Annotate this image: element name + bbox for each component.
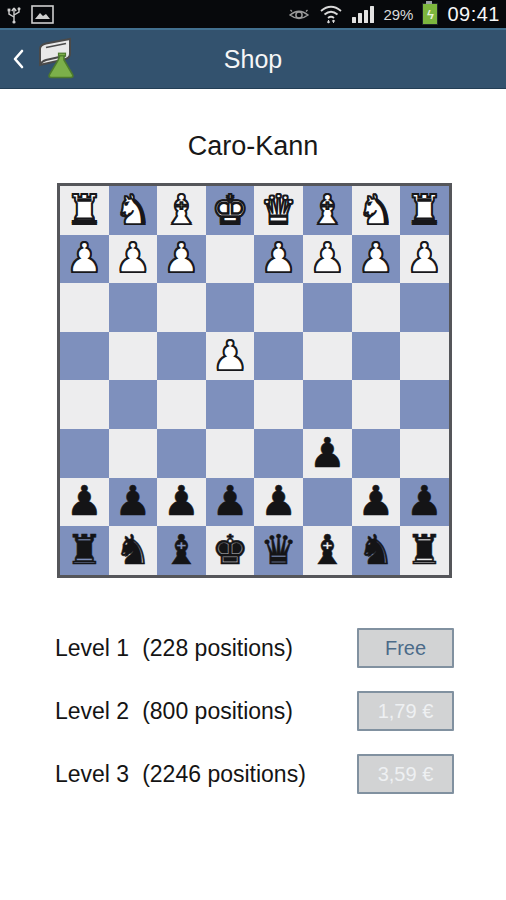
black-rook: ♜: [406, 530, 443, 571]
gallery-icon: [31, 5, 54, 24]
square-d8: ♛: [254, 526, 303, 575]
level-row-3: Level 3 (2246 positions) 3,59 €: [55, 754, 454, 794]
black-pawn: ♟: [357, 481, 394, 522]
square-g4: [109, 332, 158, 381]
square-b7: ♟: [352, 478, 401, 527]
square-f3: [157, 283, 206, 332]
white-rook: ♜: [406, 190, 443, 231]
white-knight: ♞: [357, 190, 394, 231]
square-e3: [206, 283, 255, 332]
white-bishop: ♝: [163, 190, 200, 231]
chess-board-frame: ♜♞♝♚♛♝♞♜♟♟♟♟♟♟♟♟♟♟♟♟♟♟♟♟♜♞♝♚♛♝♞♜: [57, 183, 452, 578]
square-g6: [109, 429, 158, 478]
square-d3: [254, 283, 303, 332]
square-g7: ♟: [109, 478, 158, 527]
square-h5: [60, 380, 109, 429]
square-e5: [206, 380, 255, 429]
black-bishop: ♝: [309, 530, 346, 571]
header: Shop: [0, 30, 506, 89]
square-f8: ♝: [157, 526, 206, 575]
chess-board: ♜♞♝♚♛♝♞♜♟♟♟♟♟♟♟♟♟♟♟♟♟♟♟♟♜♞♝♚♛♝♞♜: [60, 186, 449, 575]
square-g2: ♟: [109, 235, 158, 284]
square-h6: [60, 429, 109, 478]
square-d2: ♟: [254, 235, 303, 284]
app-icon-book-flask: [30, 35, 84, 83]
square-b4: [352, 332, 401, 381]
white-pawn: ♟: [309, 238, 346, 279]
square-a6: [400, 429, 449, 478]
square-b1: ♞: [352, 186, 401, 235]
square-c2: ♟: [303, 235, 352, 284]
square-f5: [157, 380, 206, 429]
square-d5: [254, 380, 303, 429]
black-king: ♚: [212, 530, 249, 571]
square-c1: ♝: [303, 186, 352, 235]
square-h7: ♟: [60, 478, 109, 527]
square-f7: ♟: [157, 478, 206, 527]
white-rook: ♜: [66, 190, 103, 231]
smart-stay-eye-icon: [288, 7, 310, 22]
square-f1: ♝: [157, 186, 206, 235]
white-pawn: ♟: [357, 238, 394, 279]
white-pawn: ♟: [406, 238, 443, 279]
square-b2: ♟: [352, 235, 401, 284]
wifi-icon: [319, 5, 343, 24]
opening-title: Caro-Kann: [0, 131, 506, 162]
chevron-left-icon: [8, 42, 30, 76]
black-knight: ♞: [115, 530, 152, 571]
square-f6: [157, 429, 206, 478]
square-a7: ♟: [400, 478, 449, 527]
square-h2: ♟: [60, 235, 109, 284]
square-c6: ♟: [303, 429, 352, 478]
square-a1: ♜: [400, 186, 449, 235]
level-1-label: Level 1 (228 positions): [55, 635, 293, 662]
square-h8: ♜: [60, 526, 109, 575]
white-king: ♚: [212, 190, 249, 231]
black-bishop: ♝: [163, 530, 200, 571]
level-row-2: Level 2 (800 positions) 1,79 €: [55, 691, 454, 731]
signal-strength-icon: [352, 6, 374, 23]
square-c8: ♝: [303, 526, 352, 575]
status-bar: 29% ϟ 09:41: [0, 0, 506, 28]
level-2-label: Level 2 (800 positions): [55, 698, 293, 725]
square-d7: ♟: [254, 478, 303, 527]
square-a2: ♟: [400, 235, 449, 284]
square-f2: ♟: [157, 235, 206, 284]
level-1-name: Level 1: [55, 635, 129, 662]
white-pawn: ♟: [260, 238, 297, 279]
level-3-buy-button[interactable]: 3,59 €: [357, 754, 454, 794]
black-pawn: ♟: [212, 481, 249, 522]
square-h4: [60, 332, 109, 381]
square-b8: ♞: [352, 526, 401, 575]
white-knight: ♞: [115, 190, 152, 231]
square-d4: [254, 332, 303, 381]
level-3-name: Level 3: [55, 761, 129, 788]
square-c5: [303, 380, 352, 429]
shop-screen: 29% ϟ 09:41 Shop Caro-Kann ♜♞♝♚♛♝♞♜♟♟♟♟♟…: [0, 0, 506, 900]
square-a4: [400, 332, 449, 381]
battery-charging-icon: ϟ: [422, 3, 438, 25]
black-pawn: ♟: [66, 481, 103, 522]
level-1-count: (228 positions): [142, 635, 293, 662]
square-a3: [400, 283, 449, 332]
level-2-count: (800 positions): [142, 698, 293, 725]
square-e4: ♟: [206, 332, 255, 381]
white-pawn: ♟: [66, 238, 103, 279]
back-button[interactable]: [0, 30, 92, 88]
black-pawn: ♟: [406, 481, 443, 522]
black-knight: ♞: [357, 530, 394, 571]
square-b6: [352, 429, 401, 478]
clock: 09:41: [447, 3, 500, 26]
level-3-count: (2246 positions): [142, 761, 306, 788]
usb-icon: [6, 4, 22, 24]
white-pawn: ♟: [163, 238, 200, 279]
square-e2: [206, 235, 255, 284]
square-g8: ♞: [109, 526, 158, 575]
square-e6: [206, 429, 255, 478]
black-queen: ♛: [260, 530, 297, 571]
black-rook: ♜: [66, 530, 103, 571]
square-d1: ♛: [254, 186, 303, 235]
square-b5: [352, 380, 401, 429]
square-c4: [303, 332, 352, 381]
level-row-1: Level 1 (228 positions) Free: [55, 628, 454, 668]
square-a8: ♜: [400, 526, 449, 575]
square-f4: [157, 332, 206, 381]
black-pawn: ♟: [260, 481, 297, 522]
level-3-label: Level 3 (2246 positions): [55, 761, 306, 788]
battery-percent: 29%: [383, 6, 413, 23]
square-h1: ♜: [60, 186, 109, 235]
square-e1: ♚: [206, 186, 255, 235]
black-pawn: ♟: [163, 481, 200, 522]
level-2-buy-button[interactable]: 1,79 €: [357, 691, 454, 731]
square-g1: ♞: [109, 186, 158, 235]
white-bishop: ♝: [309, 190, 346, 231]
square-d6: [254, 429, 303, 478]
black-pawn: ♟: [115, 481, 152, 522]
square-e7: ♟: [206, 478, 255, 527]
square-a5: [400, 380, 449, 429]
square-c3: [303, 283, 352, 332]
square-g3: [109, 283, 158, 332]
level-1-button[interactable]: Free: [357, 628, 454, 668]
white-pawn: ♟: [212, 336, 249, 377]
square-e8: ♚: [206, 526, 255, 575]
levels-list: Level 1 (228 positions) Free Level 2 (80…: [0, 628, 506, 817]
square-h3: [60, 283, 109, 332]
white-pawn: ♟: [115, 238, 152, 279]
level-2-name: Level 2: [55, 698, 129, 725]
white-queen: ♛: [260, 190, 297, 231]
black-pawn: ♟: [309, 433, 346, 474]
square-g5: [109, 380, 158, 429]
square-b3: [352, 283, 401, 332]
square-c7: [303, 478, 352, 527]
